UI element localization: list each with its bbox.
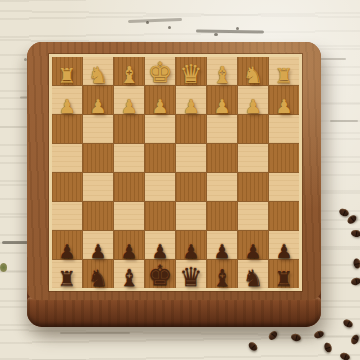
piece-black-pawn: ♟ <box>89 242 106 261</box>
square-a6 <box>269 202 299 230</box>
square-a2: ♟ <box>269 86 299 114</box>
square-f4 <box>114 144 144 172</box>
piece-black-pawn: ♟ <box>120 242 137 261</box>
square-d4 <box>176 144 206 172</box>
coffee-bean <box>338 207 350 218</box>
piece-white-knight: ♞ <box>88 64 109 87</box>
square-b3 <box>238 115 268 143</box>
square-a5 <box>269 173 299 201</box>
piece-white-pawn: ♟ <box>182 97 199 116</box>
piece-black-queen: ♛ <box>179 264 202 290</box>
square-h2: ♟ <box>52 86 82 114</box>
coffee-bean <box>342 318 354 329</box>
square-d5 <box>176 173 206 201</box>
chess-board: ♜♞♝♚♛♝♞♜♟♟♟♟♟♟♟♟♟♟♟♟♟♟♟♟♜♞♝♚♛♝♞♜ <box>27 42 321 327</box>
square-e3 <box>145 115 175 143</box>
piece-white-pawn: ♟ <box>213 97 230 116</box>
square-h8: ♜ <box>52 260 82 288</box>
table-speck <box>146 21 149 24</box>
piece-black-rook: ♜ <box>58 269 77 290</box>
table-speck <box>236 27 239 30</box>
coffee-bean <box>247 340 259 352</box>
square-d1: ♛ <box>176 57 206 85</box>
square-c2: ♟ <box>207 86 237 114</box>
square-b1: ♞ <box>238 57 268 85</box>
square-h6 <box>52 202 82 230</box>
square-c1: ♝ <box>207 57 237 85</box>
piece-white-knight: ♞ <box>243 64 264 87</box>
piece-white-rook: ♜ <box>58 66 77 87</box>
table-speck <box>168 26 171 29</box>
piece-black-king: ♚ <box>147 262 172 290</box>
square-h5 <box>52 173 82 201</box>
square-a3 <box>269 115 299 143</box>
piece-black-pawn: ♟ <box>58 242 75 261</box>
piece-black-knight: ♞ <box>243 267 264 290</box>
piece-white-bishop: ♝ <box>119 64 140 87</box>
square-g7: ♟ <box>83 231 113 259</box>
square-f5 <box>114 173 144 201</box>
table-texture-streak <box>128 18 182 23</box>
square-f7: ♟ <box>114 231 144 259</box>
square-g6 <box>83 202 113 230</box>
square-c3 <box>207 115 237 143</box>
piece-white-queen: ♛ <box>179 61 202 87</box>
board-side-edge <box>27 297 321 327</box>
table-texture-streak <box>196 29 264 33</box>
square-d6 <box>176 202 206 230</box>
piece-white-pawn: ♟ <box>151 97 168 116</box>
piece-white-king: ♚ <box>147 59 172 87</box>
square-d7: ♟ <box>176 231 206 259</box>
square-h3 <box>52 115 82 143</box>
piece-white-pawn: ♟ <box>244 97 261 116</box>
play-grid: ♜♞♝♚♛♝♞♜♟♟♟♟♟♟♟♟♟♟♟♟♟♟♟♟♜♞♝♚♛♝♞♜ <box>49 54 302 291</box>
square-c6 <box>207 202 237 230</box>
piece-black-rook: ♜ <box>275 269 294 290</box>
coffee-bean <box>350 229 360 238</box>
square-b4 <box>238 144 268 172</box>
square-g4 <box>83 144 113 172</box>
square-d8: ♛ <box>176 260 206 288</box>
square-a4 <box>269 144 299 172</box>
square-e2: ♟ <box>145 86 175 114</box>
square-f8: ♝ <box>114 260 144 288</box>
square-e7: ♟ <box>145 231 175 259</box>
square-f3 <box>114 115 144 143</box>
coffee-bean <box>290 333 301 342</box>
square-b5 <box>238 173 268 201</box>
piece-black-pawn: ♟ <box>244 242 261 261</box>
piece-white-bishop: ♝ <box>212 64 233 87</box>
table-texture-streak <box>60 332 130 334</box>
piece-white-pawn: ♟ <box>58 97 75 116</box>
square-d2: ♟ <box>176 86 206 114</box>
square-c8: ♝ <box>207 260 237 288</box>
piece-black-pawn: ♟ <box>213 242 230 261</box>
square-g1: ♞ <box>83 57 113 85</box>
coffee-bean <box>353 258 360 269</box>
square-g8: ♞ <box>83 260 113 288</box>
table-texture-streak <box>2 241 28 244</box>
coffee-bean <box>350 277 360 286</box>
square-a8: ♜ <box>269 260 299 288</box>
square-g5 <box>83 173 113 201</box>
square-e1: ♚ <box>145 57 175 85</box>
square-a7: ♟ <box>269 231 299 259</box>
coffee-bean <box>267 329 279 341</box>
piece-white-pawn: ♟ <box>275 97 292 116</box>
coffee-bean <box>350 333 360 345</box>
table-texture-streak <box>330 120 358 122</box>
square-b7: ♟ <box>238 231 268 259</box>
coffee-bean <box>313 330 325 340</box>
piece-black-knight: ♞ <box>88 267 109 290</box>
moss-speck <box>0 263 7 272</box>
square-c5 <box>207 173 237 201</box>
square-g3 <box>83 115 113 143</box>
square-e4 <box>145 144 175 172</box>
piece-white-rook: ♜ <box>275 66 294 87</box>
piece-black-bishop: ♝ <box>119 267 140 290</box>
square-d3 <box>176 115 206 143</box>
piece-black-pawn: ♟ <box>275 242 292 261</box>
square-e8: ♚ <box>145 260 175 288</box>
square-b2: ♟ <box>238 86 268 114</box>
square-g2: ♟ <box>83 86 113 114</box>
square-c7: ♟ <box>207 231 237 259</box>
square-b8: ♞ <box>238 260 268 288</box>
square-f2: ♟ <box>114 86 144 114</box>
coffee-bean <box>323 342 333 354</box>
piece-black-pawn: ♟ <box>182 242 199 261</box>
piece-white-pawn: ♟ <box>120 97 137 116</box>
square-h4 <box>52 144 82 172</box>
square-h1: ♜ <box>52 57 82 85</box>
square-c4 <box>207 144 237 172</box>
table-speck <box>214 33 218 36</box>
photo-scene: { "game": "chess", "scene": "wooden trav… <box>0 0 360 360</box>
square-e6 <box>145 202 175 230</box>
square-b6 <box>238 202 268 230</box>
board-frame: ♜♞♝♚♛♝♞♜♟♟♟♟♟♟♟♟♟♟♟♟♟♟♟♟♜♞♝♚♛♝♞♜ <box>27 42 321 300</box>
piece-black-bishop: ♝ <box>212 267 233 290</box>
piece-white-pawn: ♟ <box>89 97 106 116</box>
square-f1: ♝ <box>114 57 144 85</box>
coffee-bean <box>339 352 351 360</box>
square-a1: ♜ <box>269 57 299 85</box>
square-f6 <box>114 202 144 230</box>
square-h7: ♟ <box>52 231 82 259</box>
square-e5 <box>145 173 175 201</box>
